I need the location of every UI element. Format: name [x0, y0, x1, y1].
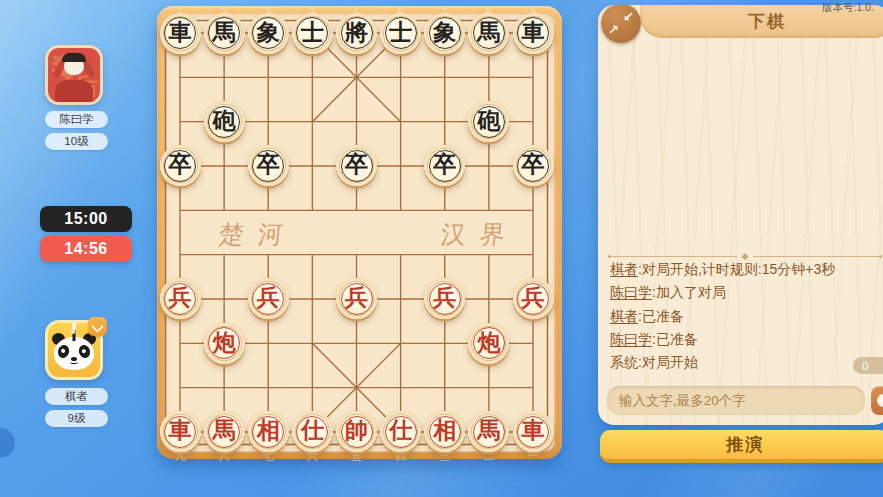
piece-black-elephant[interactable]: 象	[424, 13, 465, 54]
piece-black-elephant[interactable]: 象	[248, 13, 289, 54]
piece-red-elephant[interactable]: 相	[248, 411, 289, 452]
avatar-figure	[55, 80, 93, 104]
log-message-text: :加入了对局	[652, 284, 726, 300]
self-name: 棋者	[45, 388, 108, 405]
log-message-text: :已准备	[638, 308, 684, 324]
log-message-sender[interactable]: 陈曰学	[610, 284, 652, 300]
log-message-sender[interactable]: 棋者	[610, 261, 638, 277]
piece-black-horse[interactable]: 馬	[204, 13, 245, 54]
piece-red-cannon[interactable]: 炮	[468, 323, 509, 364]
opponent-level: 10级	[45, 133, 108, 150]
log-message: 陈曰学:加入了对局	[610, 281, 882, 304]
piece-black-chariot[interactable]: 車	[513, 13, 554, 54]
avatar-shine	[71, 320, 77, 334]
piece-black-advisor[interactable]: 士	[292, 13, 333, 54]
piece-red-soldier[interactable]: 兵	[513, 278, 554, 319]
log-message-text: :对局开始	[638, 354, 698, 370]
log-message: 陈曰学:已准备	[610, 328, 882, 351]
corner-bubble	[0, 428, 15, 458]
piece-red-chariot[interactable]: 車	[160, 411, 201, 452]
piece-black-advisor[interactable]: 士	[380, 13, 421, 54]
self-level: 9级	[45, 410, 108, 427]
panda-icon	[52, 333, 96, 371]
opponent-name: 陈曰学	[45, 111, 108, 128]
piece-black-soldier[interactable]: 卒	[513, 145, 554, 186]
game-panel: 下棋 ↙ ↗ ◆ 棋者:对局开始,计时规则:15分钟+3秒陈曰学:加入了对局棋者…	[598, 5, 883, 425]
log-message-text: :已准备	[652, 331, 698, 347]
piece-red-soldier[interactable]: 兵	[248, 278, 289, 319]
log-message-sender[interactable]: 棋者	[610, 308, 638, 324]
collapse-arrows-icon: ↙	[623, 10, 634, 23]
piece-red-cannon[interactable]: 炮	[204, 323, 245, 364]
log-message-sender: 系统	[610, 354, 638, 370]
log-message-text: :对局开始,计时规则:15分钟+3秒	[638, 261, 835, 277]
piece-black-horse[interactable]: 馬	[468, 13, 509, 54]
piece-red-chariot[interactable]: 車	[513, 411, 554, 452]
clock-current: 14:56	[40, 236, 132, 262]
version-label: 版本号:1.0.	[822, 1, 874, 15]
char-counter: 0	[853, 357, 883, 374]
deduce-button[interactable]: 推演	[600, 430, 883, 463]
log-message: 棋者:已准备	[610, 305, 882, 328]
piece-red-horse[interactable]: 馬	[204, 411, 245, 452]
piece-black-general[interactable]: 將	[336, 13, 377, 54]
panel-title: 下棋	[748, 10, 786, 33]
opponent-avatar[interactable]: 毒 后	[45, 45, 103, 105]
check-badge-icon	[88, 317, 107, 336]
piece-black-chariot[interactable]: 車	[160, 13, 201, 54]
log-message: 棋者:对局开始,计时规则:15分钟+3秒	[610, 258, 882, 281]
piece-black-cannon[interactable]: 砲	[204, 101, 245, 142]
river-label-right: 汉界	[439, 218, 520, 251]
send-button[interactable]	[871, 386, 883, 415]
piece-black-soldier[interactable]: 卒	[160, 145, 201, 186]
river-label-left: 楚河	[217, 218, 298, 251]
xiangqi-board[interactable]: 楚河 汉界 123456789 九八七六五四三二一 車馬象士將士象馬車砲砲卒卒卒…	[157, 6, 562, 459]
clock-main: 15:00	[40, 206, 132, 232]
piece-red-soldier[interactable]: 兵	[160, 278, 201, 319]
piece-black-soldier[interactable]: 卒	[248, 145, 289, 186]
log-message: 系统:对局开始	[610, 351, 882, 374]
chat-input[interactable]	[607, 386, 865, 415]
log-message-sender[interactable]: 陈曰学	[610, 331, 652, 347]
collapse-button[interactable]: ↙ ↗	[601, 5, 641, 43]
game-log: 棋者:对局开始,计时规则:15分钟+3秒陈曰学:加入了对局棋者:已准备陈曰学:已…	[610, 258, 882, 374]
